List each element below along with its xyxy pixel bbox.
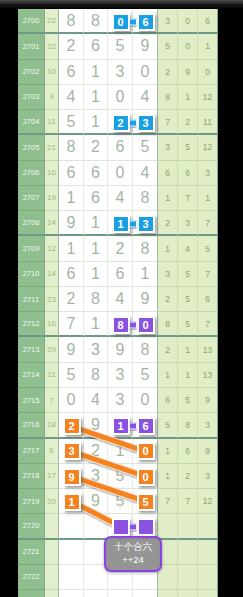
stat-cell <box>158 514 178 539</box>
highlight-square[interactable]: 0 <box>137 442 155 460</box>
stat-cell: 5 <box>178 388 198 413</box>
highlight-square[interactable] <box>112 518 130 536</box>
digit-cell[interactable]: 2 <box>59 34 84 59</box>
stat-cell: 5 <box>158 34 178 59</box>
digit-cell[interactable]: 5 <box>59 110 84 135</box>
stat-cell: 1 <box>158 464 178 489</box>
stat-cell <box>178 540 198 565</box>
digit-cell[interactable]: 9 <box>84 413 108 438</box>
digit-cell[interactable]: 8 <box>59 9 84 34</box>
digit-cell[interactable]: 3 <box>84 464 108 489</box>
stat-cell: 6 <box>198 9 218 34</box>
stat-cell: 7 <box>198 211 218 236</box>
sum-cell: 14 <box>45 262 59 287</box>
digit-cell[interactable] <box>59 590 84 597</box>
digit-cell[interactable]: 0 <box>133 388 158 413</box>
digit-cell[interactable]: 9 <box>84 489 108 514</box>
stat-cell: 2 <box>158 337 178 362</box>
digit-cell[interactable]: 8 <box>84 363 108 388</box>
stat-cell: 1 <box>158 363 178 388</box>
stat-cell: 5 <box>178 287 198 312</box>
stat-cell <box>198 590 218 597</box>
digit-cell[interactable]: 9 <box>59 211 84 236</box>
stat-cell: 0 <box>178 9 198 34</box>
stat-cell: 5 <box>178 135 198 160</box>
digit-cell[interactable]: 3 <box>108 388 133 413</box>
tooltip-text-line2: ++24 <box>122 554 144 567</box>
stat-cell: 3 <box>158 9 178 34</box>
highlight-square[interactable]: 0 <box>112 13 130 31</box>
highlight-square[interactable]: 1 <box>63 493 81 511</box>
stat-cell: 3 <box>158 262 178 287</box>
stat-cell: 1 <box>158 186 178 211</box>
issue-cell: 2713 <box>18 337 45 362</box>
digit-cell[interactable] <box>84 514 108 539</box>
sum-cell: 9 <box>45 85 59 110</box>
prediction-tooltip: 十个合六 ++24 <box>104 536 162 572</box>
sum-cell <box>45 565 59 590</box>
stat-cell: 6 <box>158 161 178 186</box>
sum-cell: 19 <box>45 186 59 211</box>
highlight-square[interactable]: 9 <box>63 468 81 486</box>
stat-cell: 1 <box>198 186 218 211</box>
highlight-square[interactable]: 1 <box>112 417 130 435</box>
issue-cell: 2703 <box>18 85 45 110</box>
issue-cell: 2712 <box>18 312 45 337</box>
stat-cell: 6 <box>178 439 198 464</box>
stat-cell: 8 <box>178 413 198 438</box>
stat-cell: 6 <box>198 287 218 312</box>
digit-cell[interactable]: 0 <box>59 388 84 413</box>
stat-cell: 3 <box>198 413 218 438</box>
digit-cell[interactable]: 8 <box>133 337 158 362</box>
issue-cell: 2705 <box>18 135 45 160</box>
stat-cell: 9 <box>198 388 218 413</box>
issue-cell: 2704 <box>18 110 45 135</box>
digit-cell[interactable]: 4 <box>108 186 133 211</box>
stat-cell: 2 <box>158 211 178 236</box>
stat-cell: 3 <box>198 464 218 489</box>
stat-cell <box>158 565 178 590</box>
sum-cell: 7 <box>45 388 59 413</box>
digit-cell[interactable]: 3 <box>108 60 133 85</box>
digit-cell[interactable]: 1 <box>59 186 84 211</box>
digit-cell[interactable]: 5 <box>108 464 133 489</box>
sum-cell: 22 <box>45 34 59 59</box>
issue-cell: 2700 <box>18 9 45 34</box>
digit-cell[interactable]: 6 <box>59 60 84 85</box>
digit-cell[interactable]: 3 <box>108 363 133 388</box>
stat-cell <box>158 590 178 597</box>
digit-cell[interactable]: 5 <box>108 34 133 59</box>
digit-cell[interactable]: 1 <box>59 236 84 261</box>
stat-cell: 0 <box>198 60 218 85</box>
stat-cell: 1 <box>178 337 198 362</box>
digit-cell[interactable]: 7 <box>59 312 84 337</box>
issue-cell: 2720 <box>18 514 45 539</box>
issue-cell: 2701 <box>18 34 45 59</box>
stat-cell: 9 <box>178 60 198 85</box>
digit-cell[interactable]: 0 <box>108 85 133 110</box>
digit-cell[interactable]: 6 <box>108 262 133 287</box>
issue-cell: 2710 <box>18 262 45 287</box>
stat-cell: 5 <box>178 312 198 337</box>
digit-cell[interactable]: 8 <box>84 9 108 34</box>
stat-cell: 8 <box>158 312 178 337</box>
highlight-square[interactable]: 2 <box>112 114 130 132</box>
stat-cell <box>198 540 218 565</box>
stat-cell <box>178 590 198 597</box>
stat-cell: 6 <box>178 161 198 186</box>
digit-cell[interactable]: 6 <box>84 34 108 59</box>
digit-cell[interactable]: 1 <box>84 85 108 110</box>
sum-cell: 10 <box>45 60 59 85</box>
issue-cell: 2711 <box>18 287 45 312</box>
sum-cell: 12 <box>45 236 59 261</box>
status-bar <box>0 0 243 9</box>
digit-cell[interactable]: 4 <box>84 388 108 413</box>
stat-cell: 3 <box>158 135 178 160</box>
sum-cell: 14 <box>45 211 59 236</box>
digit-cell[interactable]: 6 <box>59 161 84 186</box>
stat-cell: 7 <box>178 489 198 514</box>
sum-cell: 17 <box>45 464 59 489</box>
digit-cell[interactable]: 6 <box>108 135 133 160</box>
digit-cell[interactable]: 6 <box>59 262 84 287</box>
sum-cell: 11 <box>45 110 59 135</box>
digit-cell[interactable]: 6 <box>84 161 108 186</box>
issue-cell: 2707 <box>18 186 45 211</box>
digit-cell[interactable]: 4 <box>133 85 158 110</box>
stat-cell: 9 <box>198 439 218 464</box>
issue-cell: 2718 <box>18 464 45 489</box>
sum-cell: 16 <box>45 161 59 186</box>
stat-cell <box>198 565 218 590</box>
stat-cell: 1 <box>158 236 178 261</box>
digit-cell[interactable]: 5 <box>133 363 158 388</box>
stat-cell: 13 <box>198 337 218 362</box>
digit-cell[interactable]: 2 <box>84 135 108 160</box>
highlight-square[interactable]: 3 <box>137 114 155 132</box>
digit-cell[interactable] <box>133 590 158 597</box>
stat-cell: 13 <box>198 363 218 388</box>
stat-cell: 1 <box>198 34 218 59</box>
sum-cell <box>45 514 59 539</box>
digit-cell[interactable]: 2 <box>59 287 84 312</box>
stat-cell: 7 <box>178 186 198 211</box>
digit-cell[interactable]: 9 <box>59 337 84 362</box>
stat-cell: 7 <box>158 110 178 135</box>
stat-cell: 6 <box>158 388 178 413</box>
tooltip-text-line1: 十个合六 <box>114 541 152 554</box>
sum-cell: 20 <box>45 489 59 514</box>
issue-cell: 2719 <box>18 489 45 514</box>
highlight-square[interactable]: 2 <box>63 417 81 435</box>
digit-cell[interactable]: 0 <box>108 161 133 186</box>
stat-cell: 2 <box>158 287 178 312</box>
sum-cell <box>45 540 59 565</box>
digit-cell[interactable]: 3 <box>84 337 108 362</box>
sum-cell: 29 <box>45 337 59 362</box>
digit-cell[interactable]: 9 <box>133 287 158 312</box>
stat-cell: 0 <box>178 34 198 59</box>
digit-cell[interactable]: 1 <box>84 262 108 287</box>
issue-cell: 2715 <box>18 388 45 413</box>
stat-cell: 8 <box>158 85 178 110</box>
highlight-square[interactable]: 5 <box>137 493 155 511</box>
sum-cell: 18 <box>45 413 59 438</box>
stat-cell <box>198 514 218 539</box>
stat-cell: 5 <box>198 236 218 261</box>
highlight-square[interactable]: 3 <box>63 442 81 460</box>
sum-cell: 23 <box>45 287 59 312</box>
issue-cell: 2722 <box>18 565 45 590</box>
digit-cell[interactable]: 1 <box>84 236 108 261</box>
digit-cell[interactable]: 9 <box>133 34 158 59</box>
stat-cell: 7 <box>198 262 218 287</box>
trend-table: 2700228830627012226595012702106130290270… <box>18 9 218 597</box>
digit-cell[interactable] <box>59 514 84 539</box>
highlight-square[interactable]: 6 <box>137 13 155 31</box>
digit-cell[interactable]: 2 <box>84 439 108 464</box>
digit-cell[interactable]: 2 <box>108 236 133 261</box>
stat-cell: 2 <box>178 110 198 135</box>
digit-cell[interactable]: 1 <box>84 110 108 135</box>
sum-cell: 21 <box>45 363 59 388</box>
digit-cell[interactable]: 4 <box>133 161 158 186</box>
issue-cell: 2706 <box>18 161 45 186</box>
digit-cell[interactable]: 5 <box>108 489 133 514</box>
issue-cell: 2717 <box>18 439 45 464</box>
stat-cell: 1 <box>158 439 178 464</box>
digit-cell[interactable]: 0 <box>133 60 158 85</box>
digit-cell[interactable]: 1 <box>84 312 108 337</box>
highlight-square[interactable]: 1 <box>112 215 130 233</box>
sum-cell: 22 <box>45 9 59 34</box>
stat-cell: 12 <box>198 85 218 110</box>
stat-cell: 11 <box>198 110 218 135</box>
highlight-square[interactable] <box>137 518 155 536</box>
digit-cell[interactable]: 1 <box>133 262 158 287</box>
digit-cell[interactable]: 5 <box>133 135 158 160</box>
highlight-square[interactable]: 8 <box>112 316 130 334</box>
app-screen: 2700228830627012226595012702106130290270… <box>0 0 243 597</box>
stat-cell: 4 <box>178 236 198 261</box>
issue-cell: 2714 <box>18 363 45 388</box>
stat-cell: 7 <box>198 312 218 337</box>
digit-cell[interactable]: 8 <box>133 186 158 211</box>
sum-cell: 16 <box>45 312 59 337</box>
digit-cell[interactable]: 8 <box>133 236 158 261</box>
digit-cell[interactable]: 5 <box>59 363 84 388</box>
stat-cell <box>178 565 198 590</box>
stat-cell: 1 <box>178 363 198 388</box>
highlight-square[interactable]: 3 <box>137 215 155 233</box>
issue-cell: 2708 <box>18 211 45 236</box>
digit-cell[interactable] <box>84 590 108 597</box>
stat-cell: 3 <box>178 211 198 236</box>
digit-cell[interactable]: 1 <box>84 211 108 236</box>
highlight-square[interactable]: 0 <box>137 316 155 334</box>
digit-cell[interactable]: 8 <box>59 135 84 160</box>
sum-cell <box>45 590 59 597</box>
stat-cell: 7 <box>158 489 178 514</box>
digit-cell[interactable] <box>59 540 84 565</box>
issue-cell: 2709 <box>18 236 45 261</box>
issue-cell: 2716 <box>18 413 45 438</box>
stat-cell: 5 <box>178 262 198 287</box>
digit-cell[interactable]: 4 <box>108 287 133 312</box>
digit-cell[interactable]: 1 <box>84 60 108 85</box>
digit-cell[interactable]: 4 <box>59 85 84 110</box>
stat-cell: 1 <box>178 85 198 110</box>
stat-cell <box>178 514 198 539</box>
highlight-square[interactable]: 0 <box>137 468 155 486</box>
sum-cell: 21 <box>45 135 59 160</box>
stat-cell: 2 <box>178 464 198 489</box>
digit-cell[interactable] <box>59 565 84 590</box>
issue-cell <box>18 590 45 597</box>
sum-cell: 6 <box>45 439 59 464</box>
stat-cell: 5 <box>158 413 178 438</box>
stat-cell: 3 <box>198 161 218 186</box>
issue-cell: 2721 <box>18 540 45 565</box>
digit-cell[interactable]: 8 <box>84 287 108 312</box>
digit-cell[interactable] <box>108 590 133 597</box>
stat-cell: 12 <box>198 135 218 160</box>
issue-cell: 2702 <box>18 60 45 85</box>
digit-cell[interactable]: 6 <box>84 186 108 211</box>
digit-cell[interactable]: 1 <box>108 439 133 464</box>
stat-cell: 2 <box>158 60 178 85</box>
digit-cell[interactable]: 9 <box>108 337 133 362</box>
stat-cell: 12 <box>198 489 218 514</box>
highlight-square[interactable]: 6 <box>137 417 155 435</box>
